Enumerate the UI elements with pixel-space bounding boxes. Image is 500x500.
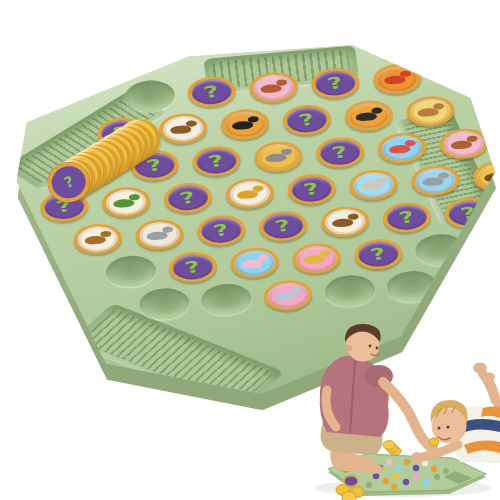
token-monkey[interactable] [320,205,370,238]
question-mark-glyph: ? [207,152,227,170]
board-cell [261,277,315,313]
board-cell: ? [285,171,339,207]
board-cell: ? [189,143,243,179]
question-mark-glyph: ? [183,258,203,276]
token-mystery[interactable]: ? [287,173,337,206]
mini-chip-stack [383,441,401,456]
board-cell [218,106,272,142]
duck-art [84,232,112,245]
empty-dimple[interactable] [105,254,157,288]
rabbit-art [360,178,388,191]
held-chip [429,438,439,446]
question-mark-glyph: ? [397,208,417,226]
board-cell: ? [280,102,334,138]
koala-art [146,228,174,241]
board-cell [437,126,491,162]
token-rabbit[interactable] [349,168,399,201]
hands-art [241,256,269,269]
token-cow[interactable] [344,99,394,132]
empty-dimple[interactable] [200,282,252,316]
token-hands[interactable] [230,246,280,279]
empty-dimple[interactable] [138,287,190,321]
token-mystery[interactable]: ? [282,103,332,136]
token-parrot[interactable] [377,132,427,165]
token-kangaroo[interactable] [406,95,456,128]
board-cell: ? [256,208,310,244]
token-bunny[interactable] [263,279,313,312]
board-cell [228,245,282,281]
board-cell: ? [351,236,405,272]
board-cell [404,93,458,129]
token-pony[interactable] [439,127,489,160]
board-cell [370,61,424,97]
question-mark-glyph: ? [202,83,222,101]
question-mark-glyph: ? [369,245,389,263]
token-mystery[interactable]: ? [315,136,365,169]
board-cell: ? [194,212,248,248]
token-mystery[interactable]: ? [168,251,218,284]
token-squirrel[interactable] [249,71,299,104]
board-cell [246,70,300,106]
board-cell: ? [380,199,434,235]
dog-art [231,118,259,131]
token-mystery[interactable]: ? [382,201,432,234]
board-cell: ? [313,134,367,170]
parrot-art [388,142,416,155]
product-photo: ???????????????? ? [0,0,500,500]
token-duck[interactable] [73,222,123,255]
token-mystery[interactable]: ? [187,75,237,108]
crab-art [383,72,411,85]
question-mark-glyph: ? [273,217,293,235]
board-cell [104,254,158,290]
token-elephant[interactable] [410,164,460,197]
question-mark-glyph: ? [212,221,232,239]
board-cell: ? [185,74,239,110]
empty-dimple[interactable] [324,274,376,308]
question-mark-glyph: ? [326,74,346,92]
token-mystery[interactable]: ? [192,145,242,178]
board-cell [137,286,191,322]
token-koala[interactable] [135,218,185,251]
token-mystery[interactable]: ? [258,209,308,242]
elephant-art [422,174,450,187]
pony-art [450,137,478,150]
mouse-art [265,150,293,163]
squirrel-art [260,81,288,94]
token-seahorse[interactable] [292,242,342,275]
token-dog[interactable] [220,108,270,141]
board-cell [290,241,344,277]
token-crab[interactable] [372,62,422,95]
board-cell [323,273,377,309]
board-cell [375,130,429,166]
board-cell [342,98,396,134]
board-cell [71,221,125,257]
cow-art [355,109,383,122]
board-cell [199,282,253,318]
board-cell: ? [166,249,220,285]
seahorse-art [303,252,331,265]
question-mark-glyph: ? [297,111,317,129]
question-mark-glyph: ? [302,180,322,198]
boy-lying [411,363,500,464]
token-mouse[interactable] [253,140,303,173]
token-mystery[interactable]: ? [310,67,360,100]
bunny-art [274,289,302,302]
board-cell [251,139,305,175]
children-playing-photo [243,320,500,500]
board-cell [132,217,186,253]
question-mark-glyph: ? [61,172,76,192]
board-cell [347,167,401,203]
boy-kneeling [320,324,441,474]
board-cell: ? [308,65,362,101]
token-bee[interactable] [225,177,275,210]
monkey-art [331,215,359,228]
kangaroo-art [417,105,445,118]
board-cell [318,204,372,240]
board-cell [223,176,277,212]
bee-art [236,187,264,200]
token-mystery[interactable]: ? [353,238,403,271]
question-mark-glyph: ? [178,189,198,207]
question-mark-glyph: ? [330,143,350,161]
token-mystery[interactable]: ? [196,214,246,247]
board-cell [408,163,462,199]
